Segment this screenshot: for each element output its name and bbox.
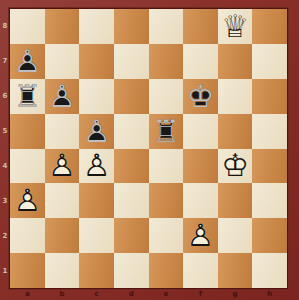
square-d3[interactable] [114,183,149,218]
square-h3[interactable] [252,183,287,218]
square-b4[interactable]: ♟♙ [45,149,80,184]
square-g7[interactable] [218,44,253,79]
square-h4[interactable] [252,149,287,184]
file-label-f: f [199,290,202,298]
square-g6[interactable] [218,79,253,114]
square-b5[interactable] [45,114,80,149]
square-h6[interactable] [252,79,287,114]
square-f5[interactable] [183,114,218,149]
square-e2[interactable] [149,218,184,253]
file-label-b: b [59,290,64,298]
rank-labels: 87654321 [0,9,10,288]
black-pawn[interactable]: ♟♙ [45,79,80,114]
square-h1[interactable] [252,253,287,288]
square-d1[interactable] [114,253,149,288]
square-a8[interactable] [10,9,45,44]
file-label-a: a [25,290,30,298]
square-b2[interactable] [45,218,80,253]
black-king[interactable]: ♚♔ [183,79,218,114]
square-a1[interactable] [10,253,45,288]
white-pawn[interactable]: ♟♙ [10,183,45,218]
square-b6[interactable]: ♟♙ [45,79,80,114]
rank-label-5: 5 [3,127,8,135]
square-h2[interactable] [252,218,287,253]
square-g3[interactable] [218,183,253,218]
square-e8[interactable] [149,9,184,44]
square-e3[interactable] [149,183,184,218]
black-pawn[interactable]: ♟♙ [79,114,114,149]
square-d6[interactable] [114,79,149,114]
square-c6[interactable] [79,79,114,114]
square-b1[interactable] [45,253,80,288]
square-a2[interactable] [10,218,45,253]
square-d8[interactable] [114,9,149,44]
square-c3[interactable] [79,183,114,218]
rank-label-4: 4 [3,162,8,170]
board[interactable]: ♛♕♟♙♜♖♟♙♚♔♟♙♜♖♟♙♟♙♚♔♟♙♟♙ [10,9,287,288]
square-g5[interactable] [218,114,253,149]
file-label-c: c [94,290,98,298]
square-g2[interactable] [218,218,253,253]
square-d2[interactable] [114,218,149,253]
square-d7[interactable] [114,44,149,79]
rank-label-8: 8 [3,22,8,30]
square-h8[interactable] [252,9,287,44]
black-rook[interactable]: ♜♖ [149,114,184,149]
square-a3[interactable]: ♟♙ [10,183,45,218]
square-c7[interactable] [79,44,114,79]
square-h7[interactable] [252,44,287,79]
square-a7[interactable]: ♟♙ [10,44,45,79]
square-c8[interactable] [79,9,114,44]
rank-label-7: 7 [3,57,8,65]
white-pawn[interactable]: ♟♙ [79,149,114,184]
square-c2[interactable] [79,218,114,253]
square-f7[interactable] [183,44,218,79]
square-a4[interactable] [10,149,45,184]
square-f2[interactable]: ♟♙ [183,218,218,253]
square-g4[interactable]: ♚♔ [218,149,253,184]
black-pawn[interactable]: ♟♙ [10,44,45,79]
square-a6[interactable]: ♜♖ [10,79,45,114]
square-e5[interactable]: ♜♖ [149,114,184,149]
square-e1[interactable] [149,253,184,288]
square-f6[interactable]: ♚♔ [183,79,218,114]
square-e7[interactable] [149,44,184,79]
square-f3[interactable] [183,183,218,218]
white-pawn[interactable]: ♟♙ [45,149,80,184]
square-f1[interactable] [183,253,218,288]
black-rook[interactable]: ♜♖ [10,79,45,114]
square-f4[interactable] [183,149,218,184]
file-label-e: e [163,290,168,298]
square-d5[interactable] [114,114,149,149]
white-queen[interactable]: ♛♕ [218,9,253,44]
square-d4[interactable] [114,149,149,184]
square-c4[interactable]: ♟♙ [79,149,114,184]
file-label-g: g [233,290,238,298]
square-e4[interactable] [149,149,184,184]
square-g8[interactable]: ♛♕ [218,9,253,44]
chess-diagram: 87654321 ♛♕♟♙♜♖♟♙♚♔♟♙♜♖♟♙♟♙♚♔♟♙♟♙ abcdef… [0,0,299,300]
rank-label-1: 1 [3,267,8,275]
square-b7[interactable] [45,44,80,79]
square-a5[interactable] [10,114,45,149]
square-c1[interactable] [79,253,114,288]
square-h5[interactable] [252,114,287,149]
square-b3[interactable] [45,183,80,218]
square-c5[interactable]: ♟♙ [79,114,114,149]
rank-label-3: 3 [3,197,8,205]
file-label-d: d [129,290,134,298]
white-pawn[interactable]: ♟♙ [183,218,218,253]
square-g1[interactable] [218,253,253,288]
white-king[interactable]: ♚♔ [218,149,253,184]
rank-label-2: 2 [3,232,8,240]
square-f8[interactable] [183,9,218,44]
square-b8[interactable] [45,9,80,44]
square-e6[interactable] [149,79,184,114]
file-labels: abcdefgh [10,288,287,300]
rank-label-6: 6 [3,92,8,100]
file-label-h: h [267,290,272,298]
